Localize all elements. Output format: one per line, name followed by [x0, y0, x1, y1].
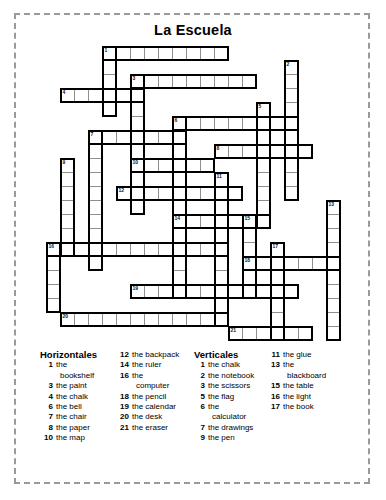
grid-cell[interactable]: [214, 214, 229, 229]
grid-cell[interactable]: [172, 214, 187, 229]
grid-cell[interactable]: [158, 186, 173, 201]
clue-line: the calendar: [132, 402, 193, 412]
grid-cell[interactable]: [130, 312, 145, 327]
clue-text: the scissors: [208, 381, 266, 391]
grid-cell[interactable]: [46, 284, 61, 299]
clue-line: the scissors: [208, 381, 266, 391]
grid-cell[interactable]: [298, 144, 313, 159]
clue-line: the chalk: [56, 392, 114, 402]
clue-number: 12: [116, 350, 129, 360]
grid-cell[interactable]: [186, 214, 201, 229]
clue-item: 3the scissors: [194, 381, 266, 391]
clue-number: 5: [194, 392, 205, 402]
clue-line: the ruler: [132, 360, 193, 370]
grid-cell[interactable]: [130, 74, 145, 89]
grid-cell[interactable]: [88, 312, 103, 327]
grid-cell[interactable]: [102, 46, 117, 61]
grid-cell[interactable]: [60, 312, 75, 327]
grid-cell[interactable]: [116, 88, 131, 103]
grid-cell[interactable]: [326, 256, 341, 271]
grid-cell[interactable]: [242, 284, 257, 299]
clue-item: 10the map: [40, 433, 114, 443]
grid-cell[interactable]: [284, 130, 299, 145]
clue-text: the bell: [56, 402, 114, 412]
grid-cell[interactable]: [130, 130, 145, 145]
grid-cell[interactable]: [172, 256, 187, 271]
clue-text: the book: [283, 402, 344, 412]
clue-line: the backpack: [132, 350, 193, 360]
grid-cell[interactable]: [130, 242, 145, 257]
clue-line: the glue: [283, 350, 344, 360]
clue-text: the chalk: [208, 360, 266, 370]
clue-number: 14: [116, 360, 129, 370]
grid-cell[interactable]: [228, 326, 243, 341]
clue-text: the backpack: [132, 350, 193, 360]
grid-cell[interactable]: [186, 284, 201, 299]
grid-cell[interactable]: [200, 312, 215, 327]
grid-cell[interactable]: [60, 88, 75, 103]
grid-cell[interactable]: [102, 74, 117, 89]
grid-cell[interactable]: [326, 284, 341, 299]
clue-text: the notebook: [208, 371, 266, 381]
clue-number: 7: [40, 412, 53, 422]
grid-cell[interactable]: [270, 116, 285, 131]
grid-cell[interactable]: [158, 242, 173, 257]
grid-cell[interactable]: [270, 284, 285, 299]
grid-cell[interactable]: [88, 172, 103, 187]
grid-cell[interactable]: [116, 130, 131, 145]
grid-cell[interactable]: [284, 158, 299, 173]
grid-cell[interactable]: [46, 242, 61, 257]
grid-cell[interactable]: [326, 312, 341, 327]
grid-cell[interactable]: [298, 256, 313, 271]
grid-cell[interactable]: [242, 242, 257, 257]
grid-cell[interactable]: [186, 74, 201, 89]
clue-number: 6: [194, 402, 205, 423]
clue-number: 6: [40, 402, 53, 412]
grid-cell[interactable]: [116, 312, 131, 327]
clue-line: computer: [136, 381, 193, 391]
clue-line: the bell: [56, 402, 114, 412]
clue-line: the drawings: [208, 423, 266, 433]
grid-cell[interactable]: [284, 172, 299, 187]
grid-cell[interactable]: [88, 214, 103, 229]
grid-cell[interactable]: [172, 186, 187, 201]
grid-cell[interactable]: [172, 172, 187, 187]
clue-text: the chalk: [56, 392, 114, 402]
grid-cell[interactable]: [242, 74, 257, 89]
grid-cell[interactable]: [200, 242, 215, 257]
grid-cell[interactable]: [60, 186, 75, 201]
grid-cell[interactable]: [172, 270, 187, 285]
grid-cell[interactable]: [214, 172, 229, 187]
clue-header-verticales: Verticales: [194, 350, 266, 360]
clue-line: the chalk: [208, 360, 266, 370]
grid-cell[interactable]: [130, 186, 145, 201]
clue-item: 7the drawings: [194, 423, 266, 433]
clue-line: the map: [56, 433, 114, 443]
clue-number: 13: [268, 360, 280, 381]
clue-item: 11the glue: [268, 350, 344, 360]
clue-line: the book: [283, 402, 344, 412]
grid-cell[interactable]: [326, 270, 341, 285]
grid-cell[interactable]: [144, 158, 159, 173]
grid-cell[interactable]: [214, 186, 229, 201]
clue-item: 3the paint: [40, 381, 114, 391]
clue-text: the chair: [56, 412, 114, 422]
grid-cell[interactable]: [172, 284, 187, 299]
grid-cell[interactable]: [186, 46, 201, 61]
clue-line: the eraser: [132, 423, 193, 433]
grid-cell[interactable]: [74, 312, 89, 327]
clue-item: 2the notebook: [194, 371, 266, 381]
clue-text: the pen: [208, 433, 266, 443]
grid-cell[interactable]: [74, 88, 89, 103]
grid-cell[interactable]: [172, 46, 187, 61]
grid-cell[interactable]: [214, 270, 229, 285]
grid-cell[interactable]: [116, 46, 131, 61]
grid-cell[interactable]: [242, 116, 257, 131]
grid-cell[interactable]: [88, 200, 103, 215]
grid-cell[interactable]: [228, 186, 243, 201]
grid-cell[interactable]: [200, 74, 215, 89]
grid-cell[interactable]: [158, 312, 173, 327]
clue-line: the: [132, 371, 193, 381]
grid-cell[interactable]: [270, 312, 285, 327]
clue-line: the light: [283, 392, 344, 402]
clue-number: 10: [40, 433, 53, 443]
clue-column: 11the glue13theblackboard15the table16th…: [268, 350, 344, 412]
grid-cell[interactable]: [46, 298, 61, 313]
grid-cell[interactable]: [228, 284, 243, 299]
clue-number: 3: [194, 381, 205, 391]
grid-cell[interactable]: [172, 242, 187, 257]
clue-line: the flag: [208, 392, 266, 402]
clue-item: 21the eraser: [116, 423, 193, 433]
clue-text: the paint: [56, 381, 114, 391]
worksheet-page: La Escuela 12345678910111213141516171819…: [0, 0, 386, 500]
grid-cell[interactable]: [326, 298, 341, 313]
clue-line: the: [208, 402, 266, 412]
grid-cell[interactable]: [242, 228, 257, 243]
clue-text: thebookshelf: [56, 360, 114, 381]
clue-item: 12the backpack: [116, 350, 193, 360]
clue-text: the light: [283, 392, 344, 402]
clue-text: thecomputer: [132, 371, 193, 392]
grid-cell[interactable]: [256, 102, 271, 117]
grid-cell[interactable]: [284, 102, 299, 117]
grid-cell[interactable]: [158, 74, 173, 89]
grid-cell[interactable]: [228, 116, 243, 131]
grid-cell[interactable]: [130, 172, 145, 187]
clue-text: the map: [56, 433, 114, 443]
grid-cell[interactable]: [172, 74, 187, 89]
grid-cell[interactable]: [326, 200, 341, 215]
clue-text: thecalculator: [208, 402, 266, 423]
clue-item: 6the bell: [40, 402, 114, 412]
grid-cell[interactable]: [242, 256, 257, 271]
grid-cell[interactable]: [214, 144, 229, 159]
grid-cell[interactable]: [242, 270, 257, 285]
grid-cell[interactable]: [326, 326, 341, 341]
grid-cell[interactable]: [298, 326, 313, 341]
grid-cell[interactable]: [102, 242, 117, 257]
grid-cell[interactable]: [242, 214, 257, 229]
clue-text: the calendar: [132, 402, 193, 412]
clue-line: calculator: [212, 412, 266, 422]
grid-cell[interactable]: [144, 186, 159, 201]
grid-cell[interactable]: [60, 228, 75, 243]
grid-cell[interactable]: [284, 186, 299, 201]
grid-cell[interactable]: [144, 74, 159, 89]
clue-text: theblackboard: [283, 360, 344, 381]
grid-cell[interactable]: [214, 116, 229, 131]
grid-cell[interactable]: [186, 116, 201, 131]
grid-cell[interactable]: [326, 228, 341, 243]
clue-line: the notebook: [208, 371, 266, 381]
grid-cell[interactable]: [186, 158, 201, 173]
clue-number: 1: [194, 360, 205, 370]
grid-cell[interactable]: [270, 326, 285, 341]
clue-number: 18: [116, 392, 129, 402]
grid-cell[interactable]: [88, 130, 103, 145]
clue-line: the: [56, 360, 114, 370]
grid-cell[interactable]: [270, 270, 285, 285]
grid-cell[interactable]: [256, 186, 271, 201]
clue-number: 19: [116, 402, 129, 412]
grid-cell[interactable]: [200, 158, 215, 173]
grid-cell[interactable]: [200, 214, 215, 229]
grid-cell[interactable]: [284, 256, 299, 271]
grid-cell[interactable]: [256, 200, 271, 215]
grid-cell[interactable]: [88, 144, 103, 159]
grid-cell[interactable]: [46, 256, 61, 271]
grid-cell[interactable]: [88, 88, 103, 103]
grid-cell[interactable]: [46, 270, 61, 285]
clue-text: the flag: [208, 392, 266, 402]
grid-cell[interactable]: [88, 158, 103, 173]
clue-item: 13theblackboard: [268, 360, 344, 381]
clue-number: 9: [194, 433, 205, 443]
grid-cell[interactable]: [130, 46, 145, 61]
grid-cell[interactable]: [116, 242, 131, 257]
grid-cell[interactable]: [186, 242, 201, 257]
clue-item: 16the light: [268, 392, 344, 402]
grid-cell[interactable]: [88, 228, 103, 243]
clue-item: 8the paper: [40, 423, 114, 433]
grid-cell[interactable]: [270, 144, 285, 159]
clue-item: 14the ruler: [116, 360, 193, 370]
grid-cell[interactable]: [214, 298, 229, 313]
grid-cell[interactable]: [256, 158, 271, 173]
clue-column: 12the backpack14the ruler16thecomputer18…: [116, 350, 193, 433]
clue-number: 4: [40, 392, 53, 402]
clue-line: the chair: [56, 412, 114, 422]
clue-line: the paper: [56, 423, 114, 433]
grid-cell[interactable]: [284, 284, 299, 299]
grid-cell[interactable]: [228, 74, 243, 89]
grid-cell[interactable]: [172, 116, 187, 131]
clue-line: the pen: [208, 433, 266, 443]
clue-text: the glue: [283, 350, 344, 360]
clue-item: 6thecalculator: [194, 402, 266, 423]
clue-item: 4the chalk: [40, 392, 114, 402]
grid-cell[interactable]: [60, 172, 75, 187]
clue-text: the drawings: [208, 423, 266, 433]
grid-cell[interactable]: [200, 46, 215, 61]
clue-number: 20: [116, 412, 129, 422]
grid-cell[interactable]: [74, 242, 89, 257]
grid-cell[interactable]: [214, 312, 229, 327]
grid-cell[interactable]: [270, 298, 285, 313]
clue-line: the: [283, 360, 344, 370]
grid-cell[interactable]: [172, 130, 187, 145]
clue-item: 17the book: [268, 402, 344, 412]
clue-line: the pencil: [132, 392, 193, 402]
clue-number: 7: [194, 423, 205, 433]
clue-number: 8: [40, 423, 53, 433]
grid-cell[interactable]: [284, 88, 299, 103]
grid-cell[interactable]: [172, 228, 187, 243]
clue-number: 21: [116, 423, 129, 433]
grid-cell[interactable]: [88, 242, 103, 257]
grid-cell[interactable]: [172, 312, 187, 327]
clue-line: bookshelf: [60, 371, 114, 381]
grid-cell[interactable]: [214, 256, 229, 271]
grid-cell[interactable]: [130, 102, 145, 117]
grid-cell[interactable]: [102, 130, 117, 145]
clue-item: 5the flag: [194, 392, 266, 402]
grid-cell[interactable]: [284, 144, 299, 159]
grid-cell[interactable]: [256, 172, 271, 187]
grid-cell[interactable]: [214, 74, 229, 89]
grid-cell[interactable]: [200, 284, 215, 299]
grid-cell[interactable]: [60, 214, 75, 229]
grid-cell[interactable]: [130, 88, 145, 103]
clue-item: 18the pencil: [116, 392, 193, 402]
grid-cell[interactable]: [214, 46, 229, 61]
grid-cell[interactable]: [102, 60, 117, 75]
grid-cell[interactable]: [214, 200, 229, 215]
grid-cell[interactable]: [214, 242, 229, 257]
grid-cell[interactable]: [130, 158, 145, 173]
clue-item: 16thecomputer: [116, 371, 193, 392]
clue-header-horizontales: Horizontales: [40, 350, 114, 360]
clue-column: Verticales1the chalk2the notebook3the sc…: [194, 350, 266, 444]
grid-cell[interactable]: [102, 312, 117, 327]
grid-cell[interactable]: [284, 326, 299, 341]
clue-item: 1the chalk: [194, 360, 266, 370]
grid-cell[interactable]: [144, 46, 159, 61]
clue-item: 7the chair: [40, 412, 114, 422]
clue-number: 17: [268, 402, 280, 412]
grid-cell[interactable]: [256, 284, 271, 299]
clue-line: blackboard: [287, 371, 344, 381]
grid-cell[interactable]: [144, 242, 159, 257]
grid-cell[interactable]: [284, 60, 299, 75]
grid-cell[interactable]: [256, 256, 271, 271]
clue-item: 19the calendar: [116, 402, 193, 412]
grid-cell[interactable]: [172, 144, 187, 159]
grid-cell[interactable]: [256, 144, 271, 159]
grid-cell[interactable]: [158, 46, 173, 61]
grid-cell[interactable]: [60, 158, 75, 173]
clue-number: 3: [40, 381, 53, 391]
grid-cell[interactable]: [60, 200, 75, 215]
grid-cell[interactable]: [144, 284, 159, 299]
clue-item: 15the table: [268, 381, 344, 391]
grid-cell[interactable]: [256, 326, 271, 341]
grid-cell[interactable]: [214, 228, 229, 243]
clue-item: 1thebookshelf: [40, 360, 114, 381]
clue-text: the eraser: [132, 423, 193, 433]
grid-cell[interactable]: [172, 158, 187, 173]
grid-cell[interactable]: [228, 144, 243, 159]
grid-cell[interactable]: [200, 116, 215, 131]
grid-cell[interactable]: [144, 130, 159, 145]
grid-cell[interactable]: [228, 214, 243, 229]
clue-text: the desk: [132, 412, 193, 422]
grid-cell[interactable]: [186, 186, 201, 201]
grid-cell[interactable]: [312, 256, 327, 271]
clue-text: the paper: [56, 423, 114, 433]
grid-cell[interactable]: [284, 116, 299, 131]
crossword-grid: 123456789101112131415161718192021: [46, 46, 342, 342]
clue-number: 16: [116, 371, 129, 392]
grid-cell[interactable]: [130, 116, 145, 131]
clue-item: 9the pen: [194, 433, 266, 443]
grid-cell[interactable]: [60, 242, 75, 257]
grid-cell[interactable]: [242, 144, 257, 159]
grid-cell[interactable]: [284, 74, 299, 89]
clue-number: 11: [268, 350, 280, 360]
clue-text: the pencil: [132, 392, 193, 402]
grid-cell[interactable]: [102, 102, 117, 117]
grid-cell[interactable]: [270, 256, 285, 271]
grid-cell[interactable]: [326, 214, 341, 229]
grid-cell[interactable]: [326, 242, 341, 257]
clue-column: Horizontales1thebookshelf3the paint4the …: [40, 350, 114, 444]
grid-cell[interactable]: [214, 284, 229, 299]
grid-cell[interactable]: [144, 312, 159, 327]
grid-cell[interactable]: [256, 214, 271, 229]
grid-cell[interactable]: [186, 312, 201, 327]
clue-number: 2: [194, 371, 205, 381]
clue-number: 1: [40, 360, 53, 381]
grid-cell[interactable]: [102, 88, 117, 103]
clue-number: 16: [268, 392, 280, 402]
grid-cell[interactable]: [270, 242, 285, 257]
clue-number: 15: [268, 381, 280, 391]
grid-cell[interactable]: [130, 284, 145, 299]
grid-cell[interactable]: [88, 186, 103, 201]
grid-cell[interactable]: [88, 256, 103, 271]
grid-cell[interactable]: [158, 130, 173, 145]
grid-cell[interactable]: [158, 158, 173, 173]
grid-cell[interactable]: [256, 130, 271, 145]
clue-line: the table: [283, 381, 344, 391]
grid-cell[interactable]: [158, 284, 173, 299]
grid-cell[interactable]: [130, 200, 145, 215]
grid-cell[interactable]: [172, 200, 187, 215]
grid-cell[interactable]: [130, 144, 145, 159]
grid-cell[interactable]: [242, 326, 257, 341]
grid-cell[interactable]: [200, 186, 215, 201]
grid-cell[interactable]: [116, 186, 131, 201]
clue-line: the desk: [132, 412, 193, 422]
puzzle-title: La Escuela: [0, 22, 386, 38]
grid-cell[interactable]: [256, 116, 271, 131]
